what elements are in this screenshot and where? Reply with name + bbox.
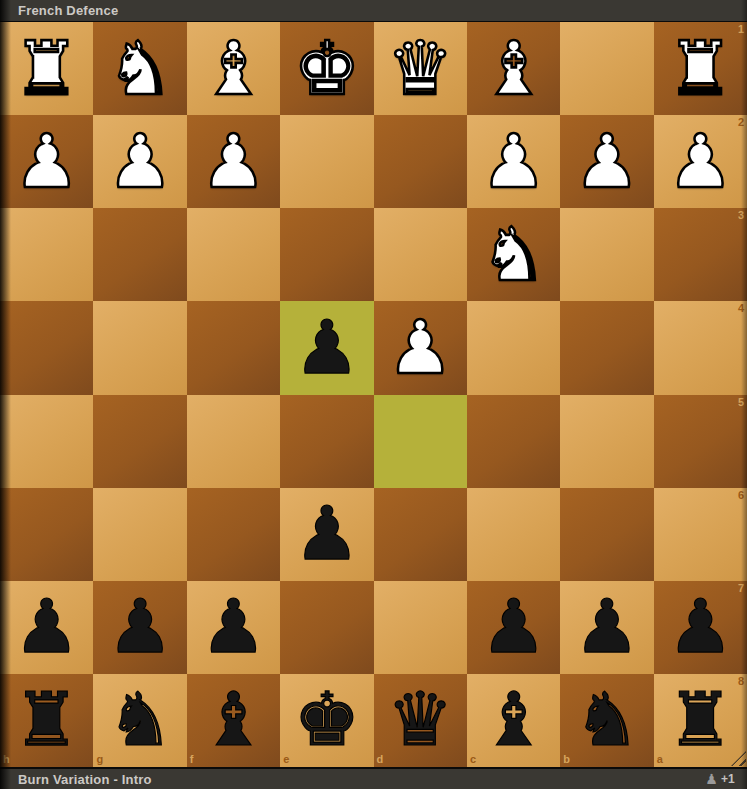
square-f7[interactable]: ♟	[187, 581, 280, 674]
square-d1[interactable]: ♛	[374, 22, 467, 115]
square-a8[interactable]: ♜8a	[654, 674, 747, 767]
opening-title: French Defence	[18, 3, 118, 18]
square-f3[interactable]	[187, 208, 280, 301]
square-e7[interactable]	[280, 581, 373, 674]
square-g6[interactable]	[93, 488, 186, 581]
square-c3[interactable]: ♞	[467, 208, 560, 301]
square-h4[interactable]	[0, 301, 93, 394]
white-pawn[interactable]: ♟	[387, 310, 453, 384]
rank-label-4: 4	[738, 303, 744, 314]
black-rook[interactable]: ♜	[667, 682, 733, 756]
square-c7[interactable]: ♟	[467, 581, 560, 674]
square-a7[interactable]: ♟7	[654, 581, 747, 674]
square-g8[interactable]: ♞g	[93, 674, 186, 767]
black-pawn[interactable]: ♟	[480, 589, 546, 663]
square-g2[interactable]: ♟	[93, 115, 186, 208]
square-h1[interactable]: ♜	[0, 22, 93, 115]
file-label-f: f	[190, 754, 194, 765]
square-b4[interactable]	[560, 301, 653, 394]
file-label-g: g	[96, 754, 103, 765]
square-d5[interactable]	[374, 395, 467, 488]
square-c2[interactable]: ♟	[467, 115, 560, 208]
file-label-c: c	[470, 754, 476, 765]
square-g1[interactable]: ♞	[93, 22, 186, 115]
white-knight[interactable]: ♞	[107, 31, 173, 105]
square-c4[interactable]	[467, 301, 560, 394]
square-h2[interactable]: ♟	[0, 115, 93, 208]
black-pawn[interactable]: ♟	[14, 589, 80, 663]
square-d8[interactable]: ♛d	[374, 674, 467, 767]
white-bishop[interactable]: ♝	[480, 31, 546, 105]
square-b3[interactable]	[560, 208, 653, 301]
square-b7[interactable]: ♟	[560, 581, 653, 674]
rank-label-7: 7	[738, 583, 744, 594]
square-d2[interactable]	[374, 115, 467, 208]
file-label-e: e	[283, 754, 289, 765]
square-f4[interactable]	[187, 301, 280, 394]
square-c8[interactable]: ♝c	[467, 674, 560, 767]
black-bishop[interactable]: ♝	[480, 682, 546, 756]
material-value: +1	[721, 772, 735, 786]
square-a5[interactable]: 5	[654, 395, 747, 488]
white-pawn[interactable]: ♟	[574, 124, 640, 198]
white-queen[interactable]: ♛	[387, 31, 453, 105]
square-e4[interactable]: ♟	[280, 301, 373, 394]
square-d3[interactable]	[374, 208, 467, 301]
black-rook[interactable]: ♜	[14, 682, 80, 756]
square-a4[interactable]: 4	[654, 301, 747, 394]
white-pawn[interactable]: ♟	[667, 124, 733, 198]
white-pawn[interactable]: ♟	[200, 124, 266, 198]
square-f8[interactable]: ♝f	[187, 674, 280, 767]
white-rook[interactable]: ♜	[667, 31, 733, 105]
square-h5[interactable]	[0, 395, 93, 488]
rank-label-3: 3	[738, 210, 744, 221]
rank-label-2: 2	[738, 117, 744, 128]
black-bishop[interactable]: ♝	[200, 682, 266, 756]
square-g3[interactable]	[93, 208, 186, 301]
footer-bar: Burn Variation - Intro ♟ +1	[0, 767, 747, 789]
black-pawn[interactable]: ♟	[574, 589, 640, 663]
square-b1[interactable]	[560, 22, 653, 115]
square-d7[interactable]	[374, 581, 467, 674]
chess-app-window: French Defence ♜♞♝♚♛♝♜1♟♟♟♟♟♟2♞3♟♟45♟6♟♟…	[0, 0, 747, 789]
black-pawn[interactable]: ♟	[294, 310, 360, 384]
white-pawn[interactable]: ♟	[480, 124, 546, 198]
square-a1[interactable]: ♜1	[654, 22, 747, 115]
white-bishop[interactable]: ♝	[200, 31, 266, 105]
header-bar: French Defence	[0, 0, 747, 22]
square-d6[interactable]	[374, 488, 467, 581]
black-pawn[interactable]: ♟	[294, 496, 360, 570]
square-e6[interactable]: ♟	[280, 488, 373, 581]
black-knight[interactable]: ♞	[574, 682, 640, 756]
chess-board[interactable]: ♜♞♝♚♛♝♜1♟♟♟♟♟♟2♞3♟♟45♟6♟♟♟♟♟♟7♜h♞g♝f♚e♛d…	[0, 22, 747, 767]
black-king[interactable]: ♚	[294, 682, 360, 756]
rank-label-8: 8	[738, 676, 744, 687]
rank-label-6: 6	[738, 490, 744, 501]
black-queen[interactable]: ♛	[387, 682, 453, 756]
rank-label-1: 1	[738, 24, 744, 35]
rank-label-5: 5	[738, 397, 744, 408]
square-g4[interactable]	[93, 301, 186, 394]
square-c5[interactable]	[467, 395, 560, 488]
square-e2[interactable]	[280, 115, 373, 208]
file-label-b: b	[563, 754, 570, 765]
square-f5[interactable]	[187, 395, 280, 488]
square-c1[interactable]: ♝	[467, 22, 560, 115]
file-label-h: h	[3, 754, 10, 765]
white-knight[interactable]: ♞	[480, 217, 546, 291]
square-d4[interactable]: ♟	[374, 301, 467, 394]
square-h8[interactable]: ♜h	[0, 674, 93, 767]
material-indicator: ♟ +1	[705, 771, 739, 787]
white-rook[interactable]: ♜	[14, 31, 80, 105]
square-e5[interactable]	[280, 395, 373, 488]
square-e8[interactable]: ♚e	[280, 674, 373, 767]
file-label-a: a	[657, 754, 663, 765]
square-g5[interactable]	[93, 395, 186, 488]
square-g7[interactable]: ♟	[93, 581, 186, 674]
pawn-icon: ♟	[705, 771, 718, 787]
square-b5[interactable]	[560, 395, 653, 488]
square-h3[interactable]	[0, 208, 93, 301]
square-a6[interactable]: 6	[654, 488, 747, 581]
white-pawn[interactable]: ♟	[14, 124, 80, 198]
white-king[interactable]: ♚	[294, 31, 360, 105]
square-h7[interactable]: ♟	[0, 581, 93, 674]
variation-title: Burn Variation - Intro	[18, 772, 152, 787]
square-f6[interactable]	[187, 488, 280, 581]
square-f1[interactable]: ♝	[187, 22, 280, 115]
square-a2[interactable]: ♟2	[654, 115, 747, 208]
square-a3[interactable]: 3	[654, 208, 747, 301]
black-pawn[interactable]: ♟	[200, 589, 266, 663]
square-b6[interactable]	[560, 488, 653, 581]
black-pawn[interactable]: ♟	[667, 589, 733, 663]
square-b2[interactable]: ♟	[560, 115, 653, 208]
board-area: ♜♞♝♚♛♝♜1♟♟♟♟♟♟2♞3♟♟45♟6♟♟♟♟♟♟7♜h♞g♝f♚e♛d…	[0, 22, 747, 767]
square-f2[interactable]: ♟	[187, 115, 280, 208]
black-knight[interactable]: ♞	[107, 682, 173, 756]
square-b8[interactable]: ♞b	[560, 674, 653, 767]
black-pawn[interactable]: ♟	[107, 589, 173, 663]
file-label-d: d	[377, 754, 384, 765]
square-e3[interactable]	[280, 208, 373, 301]
square-c6[interactable]	[467, 488, 560, 581]
white-pawn[interactable]: ♟	[107, 124, 173, 198]
square-e1[interactable]: ♚	[280, 22, 373, 115]
square-h6[interactable]	[0, 488, 93, 581]
